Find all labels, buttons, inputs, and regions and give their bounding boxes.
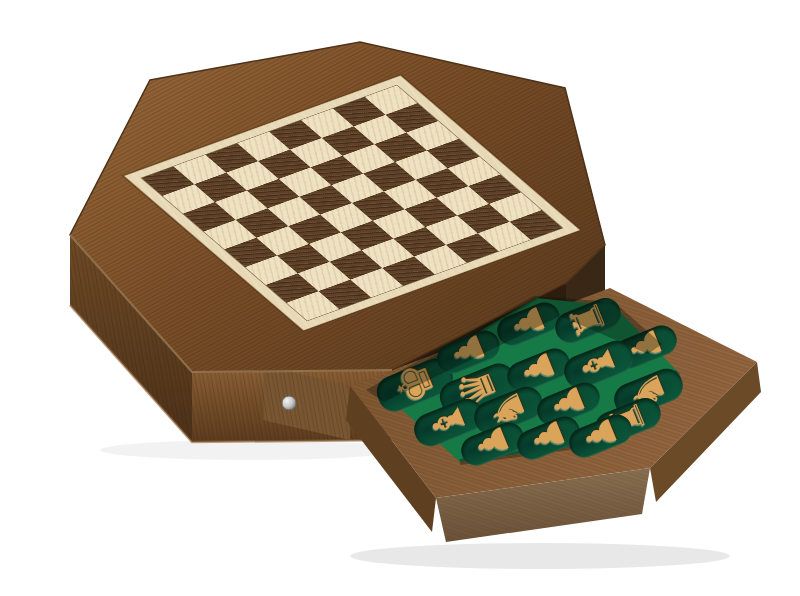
chess-box-scene: ♚♟♟♜♟♛♟♝♞♝♞♟♜♟♟♟ bbox=[0, 0, 800, 596]
